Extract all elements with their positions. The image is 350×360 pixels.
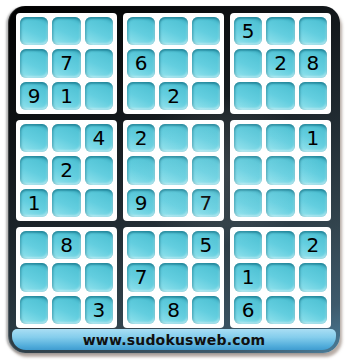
cell-r2c7[interactable] xyxy=(234,49,262,77)
cell-r3c7[interactable] xyxy=(234,82,262,110)
footer-bar: www.sudokusweb.com xyxy=(12,329,336,350)
cell-r1c5[interactable] xyxy=(159,17,187,45)
cell-r4c4[interactable]: 2 xyxy=(127,124,155,152)
cell-r5c2[interactable]: 2 xyxy=(52,156,80,184)
cell-r8c3[interactable] xyxy=(85,263,113,291)
cell-r2c5[interactable] xyxy=(159,49,187,77)
cell-r1c6[interactable] xyxy=(192,17,220,45)
cell-r2c3[interactable] xyxy=(85,49,113,77)
cell-r1c7[interactable]: 5 xyxy=(234,17,262,45)
cell-r1c2[interactable] xyxy=(52,17,80,45)
cell-r3c9[interactable] xyxy=(299,82,327,110)
cell-r9c8[interactable] xyxy=(266,296,294,324)
cell-r5c3[interactable] xyxy=(85,156,113,184)
cell-r2c9[interactable]: 8 xyxy=(299,49,327,77)
cell-r6c1[interactable]: 1 xyxy=(20,189,48,217)
cell-r1c9[interactable] xyxy=(299,17,327,45)
block-1: 791 xyxy=(16,13,117,114)
cell-r3c5[interactable]: 2 xyxy=(159,82,187,110)
cell-r5c7[interactable] xyxy=(234,156,262,184)
cell-r2c8[interactable]: 2 xyxy=(266,49,294,77)
cell-r4c8[interactable] xyxy=(266,124,294,152)
block-4: 421 xyxy=(16,120,117,221)
cell-r7c1[interactable] xyxy=(20,231,48,259)
cell-r3c1[interactable]: 9 xyxy=(20,82,48,110)
cell-r6c8[interactable] xyxy=(266,189,294,217)
block-6: 1 xyxy=(230,120,331,221)
board-frame: 79162528421297183578216 www.sudokusweb.c… xyxy=(8,6,340,353)
cell-r1c3[interactable] xyxy=(85,17,113,45)
cell-r2c1[interactable] xyxy=(20,49,48,77)
cell-r5c4[interactable] xyxy=(127,156,155,184)
cell-r4c7[interactable] xyxy=(234,124,262,152)
cell-r7c8[interactable] xyxy=(266,231,294,259)
cell-r8c5[interactable] xyxy=(159,263,187,291)
block-2: 62 xyxy=(123,13,224,114)
cell-r5c8[interactable] xyxy=(266,156,294,184)
cell-r3c8[interactable] xyxy=(266,82,294,110)
cell-r6c2[interactable] xyxy=(52,189,80,217)
cell-r7c4[interactable] xyxy=(127,231,155,259)
cell-r9c6[interactable] xyxy=(192,296,220,324)
cell-r9c1[interactable] xyxy=(20,296,48,324)
cell-r1c1[interactable] xyxy=(20,17,48,45)
cell-r5c1[interactable] xyxy=(20,156,48,184)
block-8: 578 xyxy=(123,227,224,328)
cell-r6c5[interactable] xyxy=(159,189,187,217)
cell-r6c4[interactable]: 9 xyxy=(127,189,155,217)
cell-r8c1[interactable] xyxy=(20,263,48,291)
cell-r4c1[interactable] xyxy=(20,124,48,152)
cell-r6c3[interactable] xyxy=(85,189,113,217)
cell-r7c2[interactable]: 8 xyxy=(52,231,80,259)
cell-r8c8[interactable] xyxy=(266,263,294,291)
block-3: 528 xyxy=(230,13,331,114)
block-5: 297 xyxy=(123,120,224,221)
cell-r2c4[interactable]: 6 xyxy=(127,49,155,77)
cell-r3c4[interactable] xyxy=(127,82,155,110)
cell-r7c3[interactable] xyxy=(85,231,113,259)
cell-r6c6[interactable]: 7 xyxy=(192,189,220,217)
cell-r8c4[interactable]: 7 xyxy=(127,263,155,291)
cell-r3c2[interactable]: 1 xyxy=(52,82,80,110)
block-7: 83 xyxy=(16,227,117,328)
cell-r9c9[interactable] xyxy=(299,296,327,324)
website-url: www.sudokusweb.com xyxy=(83,332,266,348)
cell-r9c4[interactable] xyxy=(127,296,155,324)
cell-r7c9[interactable]: 2 xyxy=(299,231,327,259)
cell-r5c6[interactable] xyxy=(192,156,220,184)
sudoku-board: 79162528421297183578216 xyxy=(16,13,331,328)
cell-r8c9[interactable] xyxy=(299,263,327,291)
cell-r1c4[interactable] xyxy=(127,17,155,45)
cell-r7c6[interactable]: 5 xyxy=(192,231,220,259)
cell-r1c8[interactable] xyxy=(266,17,294,45)
cell-r2c2[interactable]: 7 xyxy=(52,49,80,77)
sudoku-puzzle: 79162528421297183578216 www.sudokusweb.c… xyxy=(0,0,350,360)
cell-r8c7[interactable]: 1 xyxy=(234,263,262,291)
cell-r6c7[interactable] xyxy=(234,189,262,217)
cell-r4c5[interactable] xyxy=(159,124,187,152)
cell-r9c7[interactable]: 6 xyxy=(234,296,262,324)
cell-r4c2[interactable] xyxy=(52,124,80,152)
block-9: 216 xyxy=(230,227,331,328)
cell-r2c6[interactable] xyxy=(192,49,220,77)
cell-r3c6[interactable] xyxy=(192,82,220,110)
cell-r5c5[interactable] xyxy=(159,156,187,184)
cell-r4c9[interactable]: 1 xyxy=(299,124,327,152)
cell-r5c9[interactable] xyxy=(299,156,327,184)
cell-r4c6[interactable] xyxy=(192,124,220,152)
cell-r3c3[interactable] xyxy=(85,82,113,110)
cell-r7c7[interactable] xyxy=(234,231,262,259)
cell-r8c6[interactable] xyxy=(192,263,220,291)
cell-r4c3[interactable]: 4 xyxy=(85,124,113,152)
cell-r8c2[interactable] xyxy=(52,263,80,291)
cell-r9c5[interactable]: 8 xyxy=(159,296,187,324)
cell-r9c2[interactable] xyxy=(52,296,80,324)
cell-r7c5[interactable] xyxy=(159,231,187,259)
cell-r6c9[interactable] xyxy=(299,189,327,217)
cell-r9c3[interactable]: 3 xyxy=(85,296,113,324)
